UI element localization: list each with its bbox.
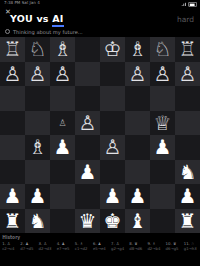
square-b7[interactable]: ♙ (25, 62, 50, 87)
black-pawn[interactable]: ♙ (179, 62, 197, 86)
square-h1[interactable]: ♜ (175, 209, 200, 234)
square-d7[interactable] (75, 62, 100, 87)
history-entry[interactable]: 1. ♙c2→c4 (2, 241, 20, 251)
black-knight[interactable]: ♘ (29, 37, 47, 61)
square-c2[interactable] (50, 184, 75, 209)
square-a3[interactable] (0, 160, 25, 185)
status-time: 7:38 PM Sat Jan 4 (4, 1, 40, 6)
white-king[interactable]: ♚ (104, 209, 122, 233)
square-b8[interactable]: ♘ (25, 37, 50, 62)
square-e7[interactable] (100, 62, 125, 87)
square-e6[interactable] (100, 86, 125, 111)
white-queen[interactable]: ♛ (79, 209, 97, 233)
white-knight[interactable]: ♞ (179, 160, 197, 184)
square-h5[interactable] (175, 111, 200, 136)
history-entry-move: g1→h3 (184, 247, 200, 252)
square-h2[interactable]: ♟ (175, 184, 200, 209)
black-bishop[interactable]: ♗ (54, 37, 72, 61)
square-e3[interactable] (100, 160, 125, 185)
square-c8[interactable]: ♗ (50, 37, 75, 62)
history-entry[interactable]: 7. ♙g2→g4 (111, 241, 129, 251)
white-pawn[interactable]: ♟ (179, 184, 197, 208)
square-b3[interactable] (25, 160, 50, 185)
black-queen[interactable]: ♕ (154, 111, 172, 135)
black-king[interactable]: ♔ (104, 37, 122, 61)
square-f5[interactable] (125, 111, 150, 136)
square-e1[interactable]: ♚ (100, 209, 125, 234)
square-e4[interactable]: ♙ (100, 135, 125, 160)
history-entry[interactable]: 2. ♟d7→d5 (20, 241, 38, 251)
square-d4[interactable] (75, 135, 100, 160)
square-e2[interactable]: ♟ (100, 184, 125, 209)
square-g5[interactable]: ♕ (150, 111, 175, 136)
square-c4[interactable]: ♟ (50, 135, 75, 160)
square-b6[interactable] (25, 86, 50, 111)
square-d2[interactable] (75, 184, 100, 209)
white-pawn[interactable]: ♟ (104, 184, 122, 208)
square-h8[interactable]: ♖ (175, 37, 200, 62)
square-f7[interactable]: ♙ (125, 62, 150, 87)
square-g7[interactable]: ♙ (150, 62, 175, 87)
history-entry-move: c1→d2 (75, 247, 93, 252)
history-entry-move: c2→c4 (2, 247, 20, 252)
white-rook[interactable]: ♜ (179, 209, 197, 233)
title-you: YOU vs (10, 13, 52, 24)
square-e8[interactable]: ♔ (100, 37, 125, 62)
title-ai: AI (52, 13, 63, 27)
history-row: 1. ♙c2→c42. ♟d7→d53. ♙d2→d34. ♟e7→e55. ♗… (2, 241, 200, 251)
square-f1[interactable]: ♝ (125, 209, 150, 234)
square-c1[interactable] (50, 209, 75, 234)
history-entry-move: d6→g5 (166, 247, 184, 252)
square-h6[interactable] (175, 86, 200, 111)
white-bishop[interactable]: ♗ (29, 135, 47, 159)
white-pawn[interactable]: ♟ (154, 135, 172, 159)
history-entry[interactable]: 9. ♗d2→b4 (147, 241, 165, 251)
white-knight[interactable]: ♞ (29, 209, 47, 233)
chess-board[interactable]: ♖♘♗♔♗♘♖♙♙♙♙♙♙♙♙♕♗♟♙♟♟♞♟♟♟♟♟♜♞♛♚♝♜ (0, 37, 200, 233)
black-pawn[interactable]: ♙ (129, 62, 147, 86)
history-entry[interactable]: 4. ♟e7→e5 (57, 241, 75, 251)
white-pawn[interactable]: ♟ (4, 184, 22, 208)
black-pawn[interactable]: ♙ (79, 111, 97, 135)
square-c3[interactable] (50, 160, 75, 185)
square-a2[interactable]: ♟ (0, 184, 25, 209)
square-d8[interactable] (75, 37, 100, 62)
white-rook[interactable]: ♜ (4, 209, 22, 233)
move-history[interactable]: History 1. ♙c2→c42. ♟d7→d53. ♙d2→d34. ♟e… (0, 235, 200, 266)
square-c7[interactable]: ♙ (50, 62, 75, 87)
white-pawn[interactable]: ♟ (54, 135, 72, 159)
square-b2[interactable]: ♟ (25, 184, 50, 209)
history-entry-move: e7→e5 (57, 247, 75, 252)
history-entry-move: g2→g4 (111, 247, 129, 252)
white-pawn[interactable]: ♟ (79, 160, 97, 184)
square-d3[interactable]: ♟ (75, 160, 100, 185)
square-a7[interactable]: ♙ (0, 62, 25, 87)
difficulty-label: hard (177, 15, 194, 24)
black-pawn[interactable]: ♙ (104, 135, 122, 159)
thinking-spinner-icon (5, 29, 10, 34)
square-a1[interactable]: ♜ (0, 209, 25, 234)
square-f2[interactable]: ♟ (125, 184, 150, 209)
square-a5[interactable] (0, 111, 25, 136)
square-f4[interactable] (125, 135, 150, 160)
square-g4[interactable]: ♟ (150, 135, 175, 160)
status-icons (182, 2, 197, 7)
square-h3[interactable]: ♞ (175, 160, 200, 185)
black-pawn[interactable]: ♙ (54, 62, 72, 86)
history-entry[interactable]: 3. ♙d2→d3 (39, 241, 57, 251)
square-h7[interactable]: ♙ (175, 62, 200, 87)
square-b4[interactable]: ♗ (25, 135, 50, 160)
square-d1[interactable]: ♛ (75, 209, 100, 234)
battery-icon (188, 2, 197, 7)
history-entry-move: e5→e4 (93, 247, 111, 252)
square-a8[interactable]: ♖ (0, 37, 25, 62)
ghost-pawn-icon[interactable]: ♙ (58, 118, 66, 128)
black-pawn[interactable]: ♙ (4, 62, 22, 86)
history-label: History (2, 236, 200, 241)
history-entry-move: d8→d6 (129, 247, 147, 252)
square-g8[interactable]: ♘ (150, 37, 175, 62)
square-f8[interactable]: ♗ (125, 37, 150, 62)
square-g2[interactable] (150, 184, 175, 209)
black-pawn[interactable]: ♙ (29, 62, 47, 86)
white-pawn[interactable]: ♟ (29, 184, 47, 208)
history-entry[interactable]: 10. ♛d6→g5 (166, 241, 184, 251)
square-f6[interactable] (125, 86, 150, 111)
square-e5[interactable] (100, 111, 125, 136)
white-pawn[interactable]: ♟ (129, 184, 147, 208)
page-title: YOU vs AI (10, 13, 64, 24)
ai-status-message: Thinking about my future... (13, 29, 83, 35)
black-pawn[interactable]: ♙ (154, 62, 172, 86)
black-rook[interactable]: ♖ (179, 37, 197, 61)
square-d6[interactable] (75, 86, 100, 111)
wifi-icon (182, 3, 187, 6)
square-b1[interactable]: ♞ (25, 209, 50, 234)
ai-status-row: Thinking about my future... (5, 28, 95, 35)
square-h4[interactable] (175, 135, 200, 160)
square-a6[interactable] (0, 86, 25, 111)
history-entry[interactable]: 8. ♛d8→d6 (129, 241, 147, 251)
status-bar: 7:38 PM Sat Jan 4 (0, 0, 200, 9)
history-entry[interactable]: 11. ♘g1→h3 (184, 241, 200, 251)
square-f3[interactable] (125, 160, 150, 185)
history-entry-move: d7→d5 (20, 247, 38, 252)
black-knight[interactable]: ♘ (154, 37, 172, 61)
history-entry-move: d2→d3 (39, 247, 57, 252)
square-d5[interactable]: ♙ (75, 111, 100, 136)
white-bishop[interactable]: ♝ (129, 209, 147, 233)
history-entry-move: d2→b4 (147, 247, 165, 252)
black-rook[interactable]: ♖ (4, 37, 22, 61)
history-entry[interactable]: 5. ♗c1→d2 (75, 241, 93, 251)
square-g1[interactable] (150, 209, 175, 234)
square-c5[interactable]: ♙ (50, 111, 75, 136)
history-entry[interactable]: 6. ♟e5→e4 (93, 241, 111, 251)
square-c6[interactable] (50, 86, 75, 111)
square-g6[interactable] (150, 86, 175, 111)
square-a4[interactable] (0, 135, 25, 160)
square-b5[interactable] (25, 111, 50, 136)
black-bishop[interactable]: ♗ (129, 37, 147, 61)
square-g3[interactable] (150, 160, 175, 185)
